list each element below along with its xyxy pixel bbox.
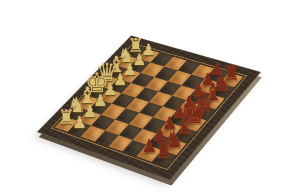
chess-board xyxy=(37,35,261,180)
board-playing-field xyxy=(55,45,244,167)
photo-background: ♜♞♝♛♚♝♞♜♟♟♟♟♟♟♟♟♟♟♟♟♟♟♟♟♜♞♝♛♚♝♞♜ xyxy=(0,0,290,194)
